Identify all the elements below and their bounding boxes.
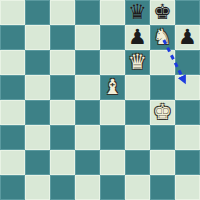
square-d1[interactable] <box>75 175 100 200</box>
square-f2[interactable] <box>125 150 150 175</box>
square-a6[interactable] <box>0 50 25 75</box>
black-queen[interactable]: ♛ <box>128 0 147 25</box>
square-h7[interactable]: ♟ <box>175 25 200 50</box>
square-d6[interactable] <box>75 50 100 75</box>
square-g2[interactable] <box>150 150 175 175</box>
square-g6[interactable] <box>150 50 175 75</box>
square-a4[interactable] <box>0 100 25 125</box>
square-e8[interactable] <box>100 0 125 25</box>
square-d4[interactable] <box>75 100 100 125</box>
black-pawn[interactable]: ♟ <box>178 25 197 50</box>
square-f4[interactable] <box>125 100 150 125</box>
square-g7[interactable]: ♞ <box>150 25 175 50</box>
square-e5[interactable]: ♝ <box>100 75 125 100</box>
square-b4[interactable] <box>25 100 50 125</box>
square-f1[interactable] <box>125 175 150 200</box>
chess-board-container: ♛♚♟♞♟♛♝♚ <box>0 0 200 200</box>
square-f5[interactable] <box>125 75 150 100</box>
square-g8[interactable]: ♚ <box>150 0 175 25</box>
square-g3[interactable] <box>150 125 175 150</box>
square-f7[interactable]: ♟ <box>125 25 150 50</box>
square-g1[interactable] <box>150 175 175 200</box>
square-c6[interactable] <box>50 50 75 75</box>
square-d2[interactable] <box>75 150 100 175</box>
square-e7[interactable] <box>100 25 125 50</box>
square-e4[interactable] <box>100 100 125 125</box>
square-a3[interactable] <box>0 125 25 150</box>
square-e3[interactable] <box>100 125 125 150</box>
square-b3[interactable] <box>25 125 50 150</box>
square-c5[interactable] <box>50 75 75 100</box>
white-king[interactable]: ♚ <box>153 100 172 125</box>
white-bishop[interactable]: ♝ <box>103 75 122 100</box>
square-b6[interactable] <box>25 50 50 75</box>
white-knight[interactable]: ♞ <box>153 25 172 50</box>
square-e6[interactable] <box>100 50 125 75</box>
square-h5[interactable] <box>175 75 200 100</box>
square-c2[interactable] <box>50 150 75 175</box>
square-b5[interactable] <box>25 75 50 100</box>
square-b8[interactable] <box>25 0 50 25</box>
square-h1[interactable] <box>175 175 200 200</box>
square-c7[interactable] <box>50 25 75 50</box>
square-d8[interactable] <box>75 0 100 25</box>
white-queen[interactable]: ♛ <box>128 50 147 75</box>
black-king[interactable]: ♚ <box>153 0 172 25</box>
square-d3[interactable] <box>75 125 100 150</box>
chess-board: ♛♚♟♞♟♛♝♚ <box>0 0 200 200</box>
square-f8[interactable]: ♛ <box>125 0 150 25</box>
square-d7[interactable] <box>75 25 100 50</box>
square-f6[interactable]: ♛ <box>125 50 150 75</box>
square-c4[interactable] <box>50 100 75 125</box>
square-h8[interactable] <box>175 0 200 25</box>
square-a8[interactable] <box>0 0 25 25</box>
square-g4[interactable]: ♚ <box>150 100 175 125</box>
black-pawn[interactable]: ♟ <box>128 25 147 50</box>
square-c8[interactable] <box>50 0 75 25</box>
square-f3[interactable] <box>125 125 150 150</box>
square-g5[interactable] <box>150 75 175 100</box>
square-b2[interactable] <box>25 150 50 175</box>
square-e1[interactable] <box>100 175 125 200</box>
square-h6[interactable] <box>175 50 200 75</box>
square-c3[interactable] <box>50 125 75 150</box>
square-a5[interactable] <box>0 75 25 100</box>
square-h2[interactable] <box>175 150 200 175</box>
square-a7[interactable] <box>0 25 25 50</box>
square-e2[interactable] <box>100 150 125 175</box>
square-b1[interactable] <box>25 175 50 200</box>
square-b7[interactable] <box>25 25 50 50</box>
square-d5[interactable] <box>75 75 100 100</box>
square-a2[interactable] <box>0 150 25 175</box>
square-c1[interactable] <box>50 175 75 200</box>
square-a1[interactable] <box>0 175 25 200</box>
square-h3[interactable] <box>175 125 200 150</box>
square-h4[interactable] <box>175 100 200 125</box>
